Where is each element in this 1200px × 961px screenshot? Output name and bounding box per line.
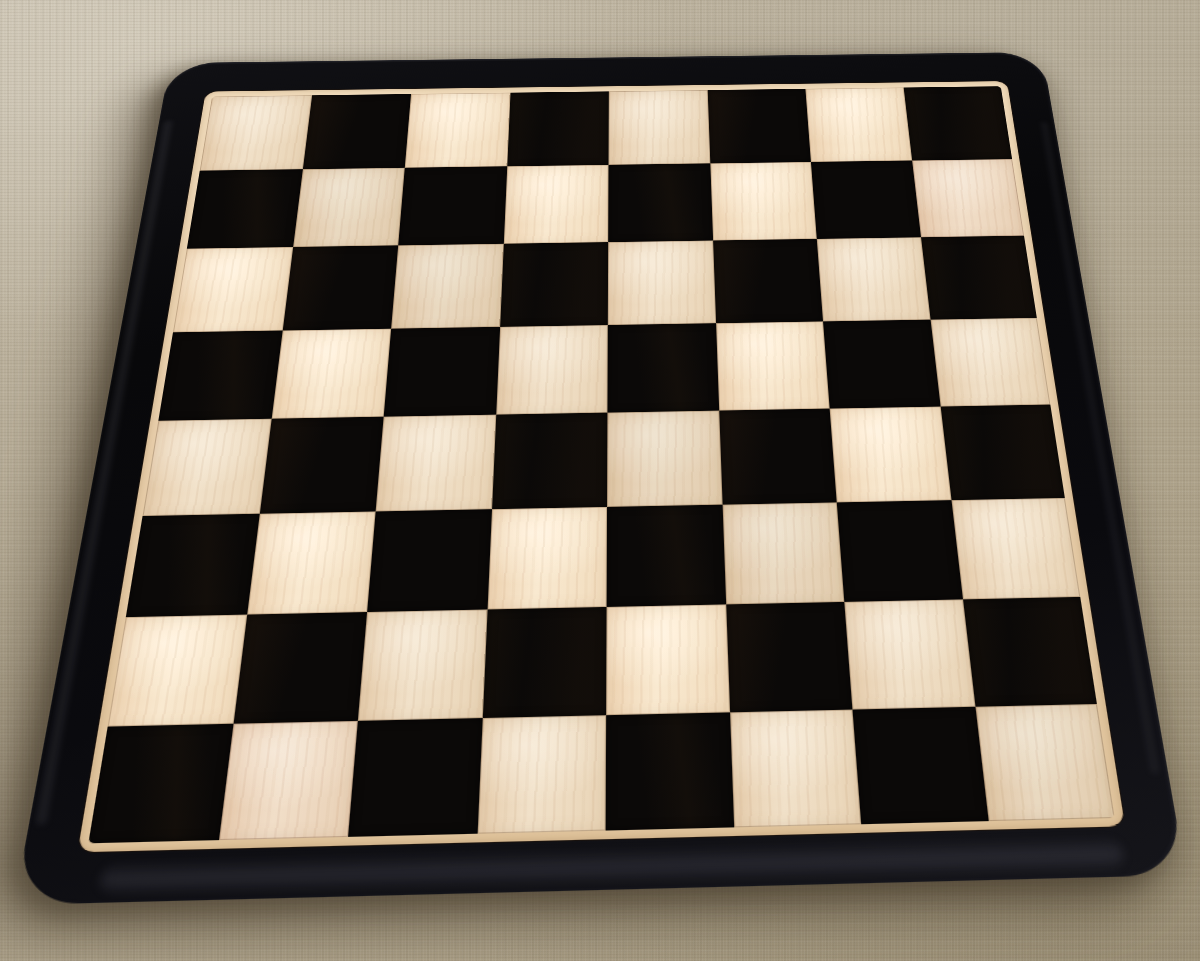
- square-h6[interactable]: [921, 236, 1037, 320]
- square-b8[interactable]: [302, 94, 411, 169]
- square-c2[interactable]: [358, 609, 487, 720]
- square-a3[interactable]: [126, 513, 260, 617]
- square-b6[interactable]: [282, 245, 398, 330]
- square-h2[interactable]: [962, 597, 1096, 706]
- square-f8[interactable]: [707, 89, 811, 163]
- square-d6[interactable]: [500, 242, 608, 326]
- square-e6[interactable]: [608, 241, 716, 325]
- chess-board: [14, 52, 1186, 905]
- square-f1[interactable]: [730, 709, 862, 827]
- square-g5[interactable]: [823, 319, 940, 408]
- square-e1[interactable]: [606, 712, 734, 831]
- square-g8[interactable]: [805, 88, 911, 162]
- square-f4[interactable]: [719, 409, 837, 505]
- square-h5[interactable]: [930, 317, 1050, 406]
- square-e5[interactable]: [607, 323, 718, 413]
- photo-scene: [0, 0, 1200, 961]
- square-c4[interactable]: [376, 415, 496, 511]
- square-d2[interactable]: [482, 607, 606, 718]
- square-d3[interactable]: [487, 506, 607, 609]
- square-d4[interactable]: [492, 413, 608, 509]
- square-e7[interactable]: [608, 163, 712, 242]
- square-d1[interactable]: [477, 715, 606, 834]
- square-b7[interactable]: [293, 167, 405, 247]
- square-c7[interactable]: [398, 166, 507, 245]
- square-a8[interactable]: [200, 95, 312, 170]
- square-g1[interactable]: [852, 706, 988, 824]
- square-e4[interactable]: [607, 411, 722, 507]
- square-b1[interactable]: [218, 720, 357, 840]
- square-c6[interactable]: [391, 244, 503, 329]
- square-g3[interactable]: [837, 500, 963, 602]
- square-c3[interactable]: [367, 509, 491, 612]
- board-grid: [88, 86, 1114, 843]
- square-c5[interactable]: [384, 326, 500, 416]
- square-b3[interactable]: [247, 511, 376, 615]
- maple-border: [78, 81, 1126, 852]
- square-d8[interactable]: [507, 91, 609, 166]
- square-f6[interactable]: [713, 239, 823, 323]
- square-h7[interactable]: [912, 159, 1024, 238]
- square-g6[interactable]: [817, 237, 930, 321]
- square-g4[interactable]: [830, 407, 951, 502]
- square-a4[interactable]: [143, 419, 272, 516]
- square-f2[interactable]: [726, 602, 853, 712]
- square-e3[interactable]: [607, 504, 726, 607]
- square-f3[interactable]: [722, 502, 844, 604]
- square-h1[interactable]: [975, 703, 1115, 821]
- square-e8[interactable]: [609, 90, 710, 164]
- square-a1[interactable]: [88, 723, 233, 843]
- square-c8[interactable]: [405, 93, 510, 168]
- square-a7[interactable]: [187, 169, 303, 249]
- square-g2[interactable]: [844, 599, 975, 709]
- square-h8[interactable]: [903, 86, 1012, 160]
- square-e2[interactable]: [606, 604, 729, 714]
- square-c1[interactable]: [348, 718, 482, 837]
- square-f7[interactable]: [710, 162, 817, 241]
- square-g7[interactable]: [811, 160, 921, 239]
- square-a6[interactable]: [173, 247, 293, 332]
- square-h4[interactable]: [940, 405, 1065, 500]
- square-f5[interactable]: [716, 321, 830, 411]
- square-b5[interactable]: [271, 328, 391, 418]
- square-h3[interactable]: [951, 498, 1080, 600]
- square-d7[interactable]: [503, 165, 608, 244]
- square-b2[interactable]: [233, 612, 367, 723]
- square-a2[interactable]: [108, 615, 247, 727]
- square-b4[interactable]: [259, 417, 383, 514]
- square-a5[interactable]: [158, 330, 282, 421]
- square-d5[interactable]: [496, 325, 608, 415]
